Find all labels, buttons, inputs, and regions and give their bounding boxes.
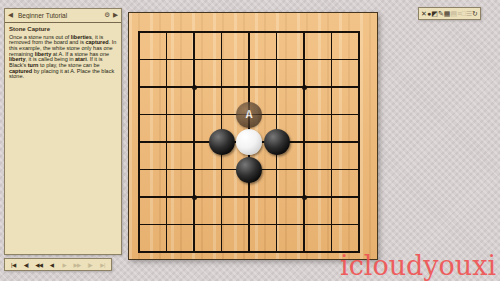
panel-icon[interactable]: ▤: [451, 10, 458, 17]
nav-prev-branch-button[interactable]: ◀|: [20, 260, 33, 269]
white-stone: [236, 129, 262, 155]
go-board[interactable]: A: [128, 12, 378, 260]
grid-line-horizontal: [138, 224, 360, 225]
grid-line-horizontal: [138, 196, 360, 197]
black-stone: [209, 129, 235, 155]
nav-back-10-button[interactable]: ◀◀: [33, 260, 46, 269]
ghost-stone-marker-A[interactable]: A: [236, 102, 262, 128]
hoshi-point: [302, 85, 307, 90]
board-toolbar: ✕●◩✎▦▤≡□☰↻: [418, 7, 481, 20]
section-title: Stone Capture: [9, 26, 117, 32]
next-chapter-icon[interactable]: ▶: [113, 12, 118, 19]
hoshi-point: [302, 195, 307, 200]
tutorial-content: Stone Capture Once a stone runs out of l…: [5, 23, 121, 83]
gear-icon[interactable]: ⚙: [104, 12, 110, 19]
app-window: { "game": "go", "position": { "format": …: [0, 0, 500, 281]
nav-next-branch-button[interactable]: |▶: [84, 260, 97, 269]
hoshi-point: [192, 195, 197, 200]
tutorial-sidebar: ◀ Beginner Tutorial ⚙ ▶ Stone Capture On…: [4, 8, 122, 255]
nav-forward-button[interactable]: ▶: [58, 260, 71, 269]
nav-last-button[interactable]: ▶|: [96, 260, 109, 269]
move-navigation-bar: |◀◀|◀◀◀▶▶▶|▶▶|: [4, 258, 112, 271]
board-setup-icon[interactable]: ◩: [431, 10, 438, 17]
lesson-text: Once a stone runs out of liberties, it i…: [9, 35, 117, 81]
nav-back-button[interactable]: ◀: [45, 260, 58, 269]
nav-forward-10-button[interactable]: ▶▶: [71, 260, 84, 269]
hoshi-point: [192, 85, 197, 90]
tutorial-title: Beginner Tutorial: [18, 12, 101, 19]
grid-line-vertical: [303, 31, 304, 253]
grid-icon[interactable]: ▦: [444, 10, 451, 17]
tutorial-titlebar: ◀ Beginner Tutorial ⚙ ▶: [5, 9, 121, 23]
black-stone: [236, 157, 262, 183]
grid-line-vertical: [358, 31, 360, 253]
grid-line-horizontal: [138, 251, 360, 253]
prev-chapter-icon[interactable]: ◀: [8, 12, 13, 19]
rows-icon[interactable]: ☰: [466, 10, 472, 17]
nav-first-button[interactable]: |◀: [7, 260, 20, 269]
refresh-icon[interactable]: ↻: [472, 10, 478, 17]
grid-line-vertical: [331, 31, 332, 253]
black-stone: [264, 129, 290, 155]
watermark-text: icloudyouxi: [340, 250, 496, 281]
